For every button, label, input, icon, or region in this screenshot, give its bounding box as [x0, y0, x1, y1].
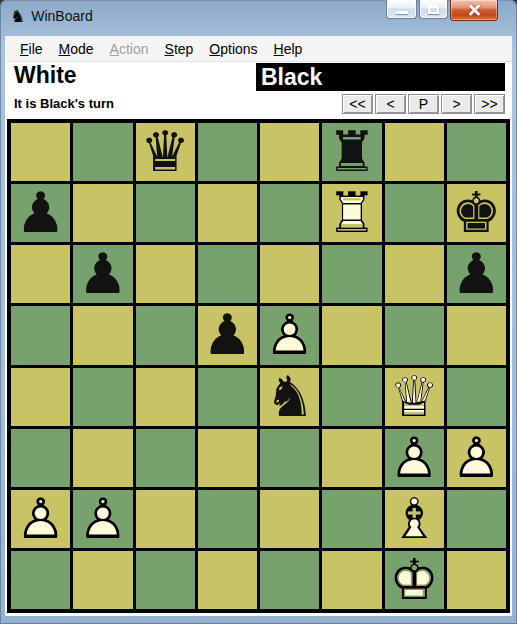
square-d7[interactable]: [198, 184, 257, 242]
square-b5[interactable]: [73, 306, 132, 364]
square-g2[interactable]: ♝♗: [385, 490, 444, 548]
menu-mode[interactable]: Mode: [51, 38, 102, 60]
square-d1[interactable]: [198, 551, 257, 609]
square-c3[interactable]: [136, 429, 195, 487]
square-f7[interactable]: ♜♖: [322, 184, 381, 242]
square-g8[interactable]: [385, 123, 444, 181]
window-bottom-frame: [0, 616, 517, 624]
black-knight[interactable]: ♞: [260, 368, 319, 426]
menu-action: Action: [102, 38, 157, 60]
forward-to-end-button[interactable]: >>: [474, 94, 505, 114]
square-g4[interactable]: ♛♕: [385, 368, 444, 426]
white-pawn[interactable]: ♟♙: [447, 429, 506, 487]
square-g3[interactable]: ♟♙: [385, 429, 444, 487]
white-bishop[interactable]: ♝♗: [385, 490, 444, 548]
black-pawn[interactable]: ♟: [11, 184, 70, 242]
square-a5[interactable]: [11, 306, 70, 364]
square-h5[interactable]: [447, 306, 506, 364]
square-e7[interactable]: [260, 184, 319, 242]
white-player-label: White: [14, 62, 77, 89]
black-rook[interactable]: ♜: [322, 123, 381, 181]
square-b8[interactable]: [73, 123, 132, 181]
player-header: White Black: [5, 62, 512, 92]
square-f3[interactable]: [322, 429, 381, 487]
square-b6[interactable]: ♟: [73, 245, 132, 303]
square-c1[interactable]: [136, 551, 195, 609]
square-b2[interactable]: ♟♙: [73, 490, 132, 548]
square-d4[interactable]: [198, 368, 257, 426]
square-f4[interactable]: [322, 368, 381, 426]
title-bar[interactable]: ♞ WinBoard: [0, 0, 517, 36]
square-f2[interactable]: [322, 490, 381, 548]
square-a6[interactable]: [11, 245, 70, 303]
square-e4[interactable]: ♞: [260, 368, 319, 426]
square-a3[interactable]: [11, 429, 70, 487]
minimize-button[interactable]: [386, 0, 417, 19]
square-b7[interactable]: [73, 184, 132, 242]
square-d8[interactable]: [198, 123, 257, 181]
rewind-to-start-button[interactable]: <<: [342, 94, 373, 114]
square-f5[interactable]: [322, 306, 381, 364]
square-h3[interactable]: ♟♙: [447, 429, 506, 487]
square-c2[interactable]: [136, 490, 195, 548]
client-area: File Mode Action Step Options Help White…: [5, 36, 512, 616]
black-king[interactable]: ♚: [447, 184, 506, 242]
pause-button[interactable]: P: [408, 94, 439, 114]
square-a7[interactable]: ♟: [11, 184, 70, 242]
square-e2[interactable]: [260, 490, 319, 548]
square-d5[interactable]: ♟: [198, 306, 257, 364]
square-c8[interactable]: ♛: [136, 123, 195, 181]
square-e8[interactable]: [260, 123, 319, 181]
square-h2[interactable]: [447, 490, 506, 548]
white-pawn[interactable]: ♟♙: [260, 306, 319, 364]
white-pawn[interactable]: ♟♙: [73, 490, 132, 548]
black-pawn[interactable]: ♟: [447, 245, 506, 303]
square-b1[interactable]: [73, 551, 132, 609]
square-h1[interactable]: [447, 551, 506, 609]
white-king[interactable]: ♚♔: [385, 551, 444, 609]
square-h4[interactable]: [447, 368, 506, 426]
maximize-button[interactable]: [419, 0, 448, 19]
window-title: WinBoard: [31, 8, 92, 24]
square-h8[interactable]: [447, 123, 506, 181]
turn-status-text: It is Black's turn: [14, 96, 114, 111]
menu-help[interactable]: Help: [266, 38, 311, 60]
knight-icon: ♞: [10, 8, 25, 24]
square-g7[interactable]: [385, 184, 444, 242]
square-a2[interactable]: ♟♙: [11, 490, 70, 548]
menu-options[interactable]: Options: [201, 38, 265, 60]
close-icon: [467, 3, 481, 17]
square-d3[interactable]: [198, 429, 257, 487]
square-f6[interactable]: [322, 245, 381, 303]
square-a4[interactable]: [11, 368, 70, 426]
square-b3[interactable]: [73, 429, 132, 487]
square-f1[interactable]: [322, 551, 381, 609]
square-e3[interactable]: [260, 429, 319, 487]
white-rook[interactable]: ♜♖: [322, 184, 381, 242]
square-g5[interactable]: [385, 306, 444, 364]
winboard-window: ♞ WinBoard File Mode Action Step Options…: [0, 0, 517, 624]
black-queen[interactable]: ♛: [136, 123, 195, 181]
black-pawn[interactable]: ♟: [73, 245, 132, 303]
square-d6[interactable]: [198, 245, 257, 303]
minimize-icon: [396, 11, 408, 14]
square-d2[interactable]: [198, 490, 257, 548]
square-c7[interactable]: [136, 184, 195, 242]
menu-file[interactable]: File: [12, 38, 51, 60]
black-pawn[interactable]: ♟: [198, 306, 257, 364]
square-e1[interactable]: [260, 551, 319, 609]
square-c4[interactable]: [136, 368, 195, 426]
white-pawn[interactable]: ♟♙: [385, 429, 444, 487]
maximize-icon: [428, 5, 439, 14]
square-e5[interactable]: ♟♙: [260, 306, 319, 364]
white-queen[interactable]: ♛♕: [385, 368, 444, 426]
chess-board: ♛♜♟♜♖♚♟♟♟♟♙♞♛♕♟♙♟♙♟♙♟♙♝♗♚♔: [7, 119, 510, 613]
close-button[interactable]: [450, 0, 498, 21]
square-e6[interactable]: [260, 245, 319, 303]
square-h6[interactable]: ♟: [447, 245, 506, 303]
square-h7[interactable]: ♚: [447, 184, 506, 242]
square-f8[interactable]: ♜: [322, 123, 381, 181]
status-row: It is Black's turn << < P > >>: [5, 92, 512, 118]
square-c6[interactable]: [136, 245, 195, 303]
square-a8[interactable]: [11, 123, 70, 181]
square-a1[interactable]: [11, 551, 70, 609]
square-c5[interactable]: [136, 306, 195, 364]
forward-button[interactable]: >: [441, 94, 472, 114]
white-pawn[interactable]: ♟♙: [11, 490, 70, 548]
black-player-label: Black: [256, 63, 505, 91]
back-button[interactable]: <: [375, 94, 406, 114]
move-navigation: << < P > >>: [342, 94, 505, 114]
square-g1[interactable]: ♚♔: [385, 551, 444, 609]
square-b4[interactable]: [73, 368, 132, 426]
square-g6[interactable]: [385, 245, 444, 303]
menu-bar: File Mode Action Step Options Help: [5, 36, 512, 62]
menu-step[interactable]: Step: [157, 38, 202, 60]
